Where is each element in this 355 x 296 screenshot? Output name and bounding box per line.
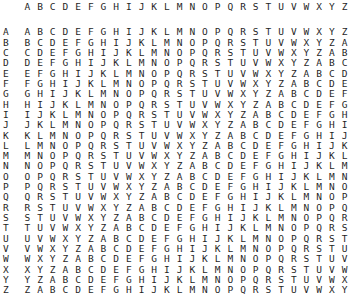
- column-header-cell: N: [186, 0, 199, 14]
- grid-cell: L: [34, 130, 47, 140]
- grid-cell: N: [59, 130, 72, 140]
- grid-cell: N: [224, 264, 237, 274]
- grid-cell: B: [34, 27, 47, 37]
- grid-cell: F: [97, 285, 110, 295]
- grid-cell: U: [110, 161, 123, 171]
- grid-cell: W: [173, 130, 186, 140]
- grid-cell: E: [161, 223, 174, 233]
- grid-cell: S: [161, 99, 174, 109]
- grid-cell: R: [161, 89, 174, 99]
- grid-cell: F: [123, 264, 136, 274]
- column-header-cell: Z: [338, 0, 351, 14]
- grid-cell: S: [84, 161, 97, 171]
- grid-cell: F: [300, 120, 313, 130]
- grid-cell: Z: [46, 264, 59, 274]
- grid-cell: Q: [186, 58, 199, 68]
- grid-cell: B: [287, 89, 300, 99]
- grid-cell: V: [300, 285, 313, 295]
- grid-cell: T: [148, 120, 161, 130]
- grid-cell: I: [161, 264, 174, 274]
- grid-cell: C: [46, 27, 59, 37]
- grid-cell: V: [46, 223, 59, 233]
- grid-cell: V: [199, 99, 212, 109]
- grid-cell: Z: [59, 254, 72, 264]
- grid-cell: X: [148, 161, 161, 171]
- grid-cell: Z: [300, 58, 313, 68]
- grid-cell: R: [110, 130, 123, 140]
- grid-cell: G: [135, 264, 148, 274]
- grid-cell: J: [186, 254, 199, 264]
- column-header-cell: G: [97, 0, 110, 14]
- grid-cell: D: [59, 27, 72, 37]
- grid-cell: D: [275, 120, 288, 130]
- row-label: Z: [0, 285, 21, 295]
- grid-cell: L: [123, 58, 136, 68]
- grid-cell: R: [326, 223, 339, 233]
- grid-cell: E: [34, 58, 47, 68]
- column-header-cell: M: [173, 0, 186, 14]
- grid-cell: C: [249, 130, 262, 140]
- grid-cell: Y: [123, 192, 136, 202]
- grid-cell: D: [262, 130, 275, 140]
- grid-cell: P: [338, 192, 351, 202]
- grid-cell: W: [21, 254, 34, 264]
- grid-cell: O: [237, 264, 250, 274]
- grid-cell: G: [59, 58, 72, 68]
- grid-cell: J: [21, 120, 34, 130]
- grid-cell: Y: [237, 99, 250, 109]
- grid-cell: S: [249, 27, 262, 37]
- grid-cell: Y: [211, 120, 224, 130]
- grid-cell: E: [237, 161, 250, 171]
- grid-cell: C: [97, 254, 110, 264]
- grid-cell: T: [262, 27, 275, 37]
- grid-cell: G: [338, 99, 351, 109]
- column-header-cell: U: [275, 0, 288, 14]
- grid-cell: M: [97, 89, 110, 99]
- row-label: G: [0, 89, 21, 99]
- grid-cell: J: [97, 58, 110, 68]
- grid-cell: R: [34, 192, 47, 202]
- grid-cell: Y: [46, 254, 59, 264]
- grid-cell: W: [97, 192, 110, 202]
- grid-cell: N: [186, 27, 199, 37]
- grid-cell: F: [173, 223, 186, 233]
- row-label: H: [0, 99, 21, 109]
- grid-cell: L: [326, 161, 339, 171]
- grid-cell: Z: [173, 161, 186, 171]
- grid-cell: V: [249, 58, 262, 68]
- grid-cell: X: [275, 58, 288, 68]
- grid-cell: U: [34, 223, 47, 233]
- grid-cell: E: [313, 99, 326, 109]
- grid-cell: T: [275, 285, 288, 295]
- grid-cell: K: [237, 223, 250, 233]
- grid-cell: X: [72, 223, 85, 233]
- grid-cell: S: [262, 285, 275, 295]
- grid-cell: Q: [59, 161, 72, 171]
- grid-cell: A: [59, 264, 72, 274]
- grid-cell: I: [249, 192, 262, 202]
- grid-cell: W: [338, 264, 351, 274]
- grid-cell: L: [72, 99, 85, 109]
- grid-cell: I: [135, 285, 148, 295]
- column-header-cell: C: [46, 0, 59, 14]
- grid-cell: S: [287, 264, 300, 274]
- grid-cell: O: [287, 223, 300, 233]
- grid-cell: A: [110, 223, 123, 233]
- grid-cell: Y: [34, 264, 47, 274]
- grid-cell: Y: [161, 161, 174, 171]
- grid-cell: K: [110, 58, 123, 68]
- grid-cell: C: [135, 223, 148, 233]
- grid-cell: M: [135, 58, 148, 68]
- grid-cell: Z: [211, 130, 224, 140]
- grid-cell: W: [224, 89, 237, 99]
- grid-cell: N: [275, 223, 288, 233]
- grid-cell: P: [123, 99, 136, 109]
- grid-cell: C: [338, 58, 351, 68]
- row-label: A: [0, 27, 21, 37]
- grid-cell: I: [34, 99, 47, 109]
- grid-cell: M: [300, 192, 313, 202]
- grid-cell: R: [148, 99, 161, 109]
- grid-cell: U: [326, 254, 339, 264]
- grid-cell: W: [300, 27, 313, 37]
- grid-cell: O: [326, 192, 339, 202]
- grid-cell: S: [46, 192, 59, 202]
- grid-cell: B: [237, 130, 250, 140]
- grid-cell: C: [84, 264, 97, 274]
- grid-cell: U: [161, 120, 174, 130]
- grid-cell: D: [224, 161, 237, 171]
- grid-cell: J: [173, 264, 186, 274]
- grid-cell: U: [186, 99, 199, 109]
- grid-cell: Q: [313, 223, 326, 233]
- grid-cell: P: [262, 254, 275, 264]
- grid-cell: G: [224, 192, 237, 202]
- grid-cell: J: [148, 285, 161, 295]
- grid-cell: G: [21, 89, 34, 99]
- grid-cell: P: [300, 223, 313, 233]
- grid-cell: O: [110, 99, 123, 109]
- grid-cell: T: [135, 130, 148, 140]
- grid-cell: U: [275, 27, 288, 37]
- column-header-cell: T: [262, 0, 275, 14]
- row-label: N: [0, 161, 21, 171]
- grid-cell: M: [84, 99, 97, 109]
- grid-cell: U: [287, 285, 300, 295]
- grid-cell: R: [72, 161, 85, 171]
- grid-cell: B: [326, 58, 339, 68]
- column-header-cell: A: [21, 0, 34, 14]
- grid-cell: W: [135, 161, 148, 171]
- column-header-cell: P: [211, 0, 224, 14]
- grid-cell: I: [173, 254, 186, 264]
- grid-cell: P: [211, 27, 224, 37]
- grid-cell: E: [84, 285, 97, 295]
- column-header-cell: K: [148, 0, 161, 14]
- grid-cell: N: [199, 285, 212, 295]
- grid-cell: T: [186, 89, 199, 99]
- grid-cell: X: [237, 89, 250, 99]
- grid-cell: J: [46, 99, 59, 109]
- grid-cell: E: [287, 120, 300, 130]
- grid-cell: H: [313, 130, 326, 140]
- grid-cell: N: [21, 161, 34, 171]
- row-label: W: [0, 254, 21, 264]
- grid-cell: X: [313, 27, 326, 37]
- grid-cell: D: [72, 285, 85, 295]
- grid-cell: X: [21, 264, 34, 274]
- grid-cell: G: [148, 254, 161, 264]
- grid-cell: R: [199, 58, 212, 68]
- grid-cell: A: [275, 89, 288, 99]
- grid-cell: H: [123, 285, 136, 295]
- grid-cell: W: [59, 223, 72, 233]
- column-header-cell: F: [84, 0, 97, 14]
- grid-cell: C: [59, 285, 72, 295]
- grid-cell: K: [72, 89, 85, 99]
- row-label: T: [0, 223, 21, 233]
- grid-cell: T: [173, 99, 186, 109]
- grid-cell: C: [173, 192, 186, 202]
- grid-cell: L: [46, 120, 59, 130]
- grid-cell: Y: [84, 223, 97, 233]
- grid-cell: Z: [262, 89, 275, 99]
- grid-cell: B: [275, 99, 288, 109]
- grid-cell: O: [211, 285, 224, 295]
- grid-cell: T: [97, 161, 110, 171]
- grid-cell: I: [338, 120, 351, 130]
- grid-cell: H: [21, 99, 34, 109]
- grid-cell: E: [110, 264, 123, 274]
- grid-cell: V: [173, 120, 186, 130]
- grid-cell: I: [46, 89, 59, 99]
- grid-cell: B: [72, 264, 85, 274]
- grid-cell: E: [123, 254, 136, 264]
- row-label: J: [0, 120, 21, 130]
- column-header-cell: X: [313, 0, 326, 14]
- grid-cell: F: [84, 27, 97, 37]
- grid-cell: Z: [97, 223, 110, 233]
- grid-cell: N: [97, 99, 110, 109]
- grid-cell: P: [84, 130, 97, 140]
- grid-cell: W: [211, 99, 224, 109]
- grid-cell: Q: [224, 27, 237, 37]
- grid-cell: R: [275, 264, 288, 274]
- grid-cell: Z: [338, 27, 351, 37]
- grid-cell: H: [161, 254, 174, 264]
- grid-cell: U: [72, 192, 85, 202]
- grid-cell: A: [148, 192, 161, 202]
- column-header-cell: Q: [224, 0, 237, 14]
- grid-cell: L: [173, 285, 186, 295]
- grid-cell: L: [84, 89, 97, 99]
- grid-cell: F: [326, 99, 339, 109]
- grid-cell: L: [211, 254, 224, 264]
- grid-cell: A: [224, 130, 237, 140]
- grid-cell: U: [313, 264, 326, 274]
- grid-cell: M: [59, 120, 72, 130]
- grid-cell: A: [72, 254, 85, 264]
- grid-cell: I: [211, 223, 224, 233]
- grid-cell: X: [199, 120, 212, 130]
- grid-cell: L: [249, 223, 262, 233]
- grid-cell: E: [199, 192, 212, 202]
- grid-cell: A: [313, 58, 326, 68]
- grid-cell: D: [110, 254, 123, 264]
- grid-cell: M: [186, 285, 199, 295]
- grid-cell: I: [84, 58, 97, 68]
- grid-cell: Q: [148, 89, 161, 99]
- column-header-cell: V: [287, 0, 300, 14]
- grid-cell: Q: [237, 285, 250, 295]
- grid-cell: W: [262, 58, 275, 68]
- grid-cell: P: [249, 264, 262, 274]
- grid-cell: M: [173, 27, 186, 37]
- grid-cell: I: [326, 130, 339, 140]
- grid-cell: O: [199, 27, 212, 37]
- grid-cell: U: [148, 130, 161, 140]
- grid-cell: Z: [135, 192, 148, 202]
- grid-cell: W: [313, 285, 326, 295]
- grid-cell: G: [262, 161, 275, 171]
- grid-cell: D: [300, 99, 313, 109]
- grid-cell: K: [59, 99, 72, 109]
- grid-cell: X: [224, 99, 237, 109]
- column-header-cell: Y: [326, 0, 339, 14]
- grid-cell: N: [237, 254, 250, 264]
- grid-cell: E: [72, 27, 85, 37]
- grid-cell: A: [262, 99, 275, 109]
- grid-cell: R: [237, 27, 250, 37]
- grid-cell: B: [161, 192, 174, 202]
- row-label: K: [0, 130, 21, 140]
- column-header-cell: B: [34, 0, 47, 14]
- grid-cell: Z: [224, 120, 237, 130]
- grid-cell: O: [161, 58, 174, 68]
- grid-cell: O: [72, 130, 85, 140]
- grid-cell: J: [300, 161, 313, 171]
- grid-cell: S: [338, 223, 351, 233]
- grid-cell: K: [161, 285, 174, 295]
- grid-cell: N: [72, 120, 85, 130]
- grid-cell: E: [326, 89, 339, 99]
- grid-cell: H: [148, 264, 161, 274]
- grid-cell: P: [173, 58, 186, 68]
- grid-cell: I: [287, 161, 300, 171]
- grid-cell: X: [326, 285, 339, 295]
- grid-cell: P: [135, 89, 148, 99]
- grid-cell: G: [300, 130, 313, 140]
- grid-cell: A: [34, 285, 47, 295]
- grid-cell: F: [287, 130, 300, 140]
- grid-cell: S: [211, 58, 224, 68]
- grid-cell: Q: [110, 120, 123, 130]
- grid-cell: K: [275, 192, 288, 202]
- grid-cell: J: [224, 223, 237, 233]
- grid-cell: Y: [338, 285, 351, 295]
- tabula-recta-page: ABCDEFGHIJKLMNOPQRSTUVWXYZAABCDEFGHIJKLM…: [0, 0, 355, 296]
- grid-cell: K: [313, 161, 326, 171]
- grid-cell: H: [34, 89, 47, 99]
- grid-cell: H: [275, 161, 288, 171]
- grid-cell: S: [135, 120, 148, 130]
- column-header-cell: O: [199, 0, 212, 14]
- grid-cell: V: [161, 130, 174, 140]
- grid-cell: S: [123, 130, 136, 140]
- grid-cell: H: [237, 192, 250, 202]
- grid-cell: F: [249, 161, 262, 171]
- grid-cell: T: [21, 223, 34, 233]
- spacer-row: [0, 14, 351, 27]
- column-header-cell: W: [300, 0, 313, 14]
- grid-cell: D: [97, 264, 110, 274]
- grid-cell: G: [97, 27, 110, 37]
- grid-cell: V: [326, 264, 339, 274]
- grid-cell: X: [34, 254, 47, 264]
- grid-cell: Y: [287, 58, 300, 68]
- grid-cell: Y: [249, 89, 262, 99]
- grid-cell: J: [135, 27, 148, 37]
- grid-cell: Y: [326, 27, 339, 37]
- column-header-cell: R: [237, 0, 250, 14]
- grid-cell: L: [287, 192, 300, 202]
- grid-cell: B: [123, 223, 136, 233]
- grid-cell: T: [300, 264, 313, 274]
- column-header-cell: I: [123, 0, 136, 14]
- grid-cell: U: [199, 89, 212, 99]
- grid-cell: R: [287, 254, 300, 264]
- grid-cell: X: [186, 130, 199, 140]
- grid-cell: O: [249, 254, 262, 264]
- row-label: X: [0, 264, 21, 274]
- grid-cell: B: [199, 161, 212, 171]
- grid-cell: Q: [262, 264, 275, 274]
- column-header-cell: S: [249, 0, 262, 14]
- grid-cell: V: [287, 27, 300, 37]
- grid-cell: D: [21, 58, 34, 68]
- grid-cell: A: [237, 120, 250, 130]
- grid-cell: C: [300, 89, 313, 99]
- grid-cell: Y: [199, 130, 212, 140]
- column-header-cell: E: [72, 0, 85, 14]
- tabula-recta-board: ABCDEFGHIJKLMNOPQRSTUVWXYZAABCDEFGHIJKLM…: [0, 0, 351, 295]
- grid-cell: M: [46, 130, 59, 140]
- grid-cell: Z: [21, 285, 34, 295]
- grid-cell: Q: [275, 254, 288, 264]
- grid-cell: J: [338, 130, 351, 140]
- grid-cell: W: [186, 120, 199, 130]
- grid-cell: R: [249, 285, 262, 295]
- grid-cell: V: [211, 89, 224, 99]
- grid-cell: V: [123, 161, 136, 171]
- grid-cell: H: [110, 27, 123, 37]
- grid-cell: B: [84, 254, 97, 264]
- grid-cell: B: [249, 120, 262, 130]
- grid-cell: N: [110, 89, 123, 99]
- grid-cell: R: [123, 120, 136, 130]
- grid-cell: C: [287, 99, 300, 109]
- grid-cell: M: [224, 254, 237, 264]
- row-label: D: [0, 58, 21, 68]
- grid-cell: H: [199, 223, 212, 233]
- grid-cell: C: [211, 161, 224, 171]
- grid-cell: Q: [135, 99, 148, 109]
- grid-cell: P: [224, 285, 237, 295]
- grid-cell: F: [46, 58, 59, 68]
